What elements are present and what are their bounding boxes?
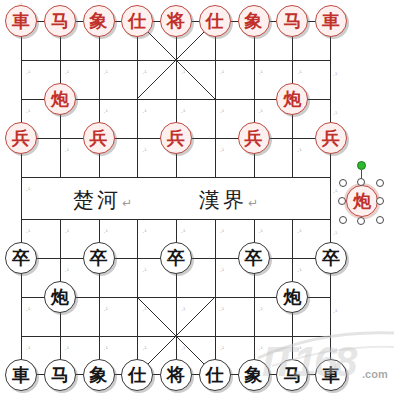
cell-formatting-mark: .¹ [181,305,185,312]
xiangqi-piece-black[interactable]: 卒 [315,242,347,274]
river-cell: .¹ [21,177,60,219]
board-cell: .¹ [137,60,176,99]
xiangqi-piece-black[interactable]: 象 [83,359,115,391]
river-cell [254,177,293,219]
cell-formatting-mark: .¹ [65,266,69,273]
xiangqi-piece-black[interactable]: 炮 [44,281,76,313]
board-cell: .¹ [176,60,215,99]
river-label-left: 楚河↵ [73,186,132,214]
xiangqi-piece-black[interactable]: 卒 [83,242,115,274]
selection-handle[interactable] [357,217,365,225]
watermark-domain-suffix: .com [362,368,388,380]
board-cell: .¹ [99,60,138,99]
cell-formatting-mark: .¹ [104,344,108,351]
cell-formatting-mark: .¹ [181,68,185,75]
river-cell [137,177,176,219]
cell-formatting-mark: .¹ [259,68,263,75]
xiangqi-piece-black[interactable]: 将 [160,359,192,391]
xiangqi-piece-red[interactable]: 马 [44,5,76,37]
cell-formatting-mark: .¹ [220,227,224,234]
cell-formatting-mark: .¹ [26,185,30,192]
selection-handle[interactable] [338,197,346,205]
cell-formatting-mark: .¹ [142,344,146,351]
cell-formatting-mark: .¹ [142,266,146,273]
xiangqi-piece-red[interactable]: 車 [315,5,347,37]
right-margin-formatting-mark: .¹ [333,109,337,116]
cell-formatting-mark: .¹ [181,227,185,234]
cell-formatting-mark: .¹ [297,344,301,351]
cell-formatting-mark: .¹ [220,146,224,153]
cell-formatting-mark: .¹ [259,107,263,114]
selection-handle[interactable] [376,197,384,205]
xiangqi-document-page: .·¹ 楚河↵ 漢界↵ .¹.¹.¹.¹.¹.¹.¹.¹.¹.¹.¹.¹.¹.¹… [0,0,394,398]
right-margin-formatting-mark: .¹ [333,70,337,77]
xiangqi-board: 楚河↵ 漢界↵ .¹.¹.¹.¹.¹.¹.¹.¹.¹.¹.¹.¹.¹.¹.¹.¹… [21,21,331,375]
xiangqi-piece-black[interactable]: 卒 [160,242,192,274]
river-cell [292,177,331,219]
right-margin-formatting-mark: .¹ [333,229,337,236]
cell-formatting-mark: .¹ [181,107,185,114]
cell-formatting-mark: .¹ [26,107,30,114]
selection-handle[interactable] [339,216,347,224]
xiangqi-piece-red[interactable]: 兵 [5,122,37,154]
selection-handle[interactable] [376,216,384,224]
cell-formatting-mark: .¹ [142,68,146,75]
cell-formatting-mark: .¹ [297,227,301,234]
xiangqi-piece-red[interactable]: 車 [5,5,37,37]
cell-formatting-mark: .¹ [220,266,224,273]
xiangqi-piece-red[interactable]: 仕 [121,5,153,37]
cell-formatting-mark: .¹ [181,344,185,351]
cell-formatting-mark: .¹ [259,344,263,351]
xiangqi-piece-black[interactable]: 马 [44,359,76,391]
cell-formatting-mark: .¹ [220,68,224,75]
cell-formatting-mark: .¹ [65,146,69,153]
cell-formatting-mark: .¹ [142,107,146,114]
xiangqi-piece-red[interactable]: 炮 [44,83,76,115]
xiangqi-piece-black[interactable]: 仕 [121,359,153,391]
paragraph-mark-icon: ↵ [122,196,132,210]
selection-handle[interactable] [357,178,365,186]
rotation-handle-icon[interactable] [357,161,366,170]
cell-formatting-mark: .¹ [104,227,108,234]
xiangqi-piece-red[interactable]: 将 [160,5,192,37]
xiangqi-piece-red[interactable]: 兵 [315,122,347,154]
cell-formatting-mark: .¹ [65,68,69,75]
cell-formatting-mark: .¹ [220,305,224,312]
cell-formatting-mark: .¹ [104,107,108,114]
xiangqi-piece-black[interactable]: 車 [5,359,37,391]
selection-handle[interactable] [339,179,347,187]
xiangqi-piece-black[interactable]: 仕 [199,359,231,391]
board-cell: .¹ [215,60,254,99]
xiangqi-piece-black[interactable]: 卒 [238,242,270,274]
xiangqi-piece-black[interactable]: 卒 [5,242,37,274]
cell-formatting-mark: .¹ [65,227,69,234]
cell-formatting-mark: .¹ [65,344,69,351]
cell-formatting-mark: .¹ [220,107,224,114]
xiangqi-piece-red[interactable]: 象 [83,5,115,37]
xiangqi-piece-black[interactable]: 車 [315,359,347,391]
selected-cannon-piece[interactable]: 炮 [346,185,378,217]
cell-formatting-mark: .¹ [297,266,301,273]
xiangqi-piece-red[interactable]: 兵 [160,122,192,154]
xiangqi-piece-red[interactable]: 象 [238,5,270,37]
xiangqi-piece-black[interactable]: 炮 [276,281,308,313]
xiangqi-piece-red[interactable]: 马 [276,5,308,37]
board-cell: .¹ [215,297,254,336]
right-margin-formatting-mark: .¹ [333,187,337,194]
cell-formatting-mark: .¹ [259,227,263,234]
board-cell: .¹ [176,297,215,336]
cell-formatting-mark: .¹ [297,146,301,153]
cell-formatting-mark: .¹ [26,344,30,351]
cell-formatting-mark: .¹ [142,227,146,234]
selection-handle[interactable] [376,179,384,187]
board-cell: .¹ [137,297,176,336]
cell-formatting-mark: .¹ [142,305,146,312]
river-label-right: 漢界↵ [199,186,258,214]
xiangqi-piece-black[interactable]: 马 [276,359,308,391]
cell-formatting-mark: .¹ [26,68,30,75]
xiangqi-piece-black[interactable]: 象 [238,359,270,391]
cell-formatting-mark: .¹ [26,227,30,234]
xiangqi-piece-red[interactable]: 兵 [83,122,115,154]
right-margin-formatting-mark: .¹ [333,307,337,314]
cell-formatting-mark: .¹ [104,68,108,75]
cell-formatting-mark: .¹ [142,146,146,153]
paragraph-mark-icon: ↵ [248,196,258,210]
cell-formatting-mark: .¹ [26,305,30,312]
cell-formatting-mark: .¹ [259,305,263,312]
right-margin-formatting-mark: .¹ [333,346,337,353]
board-cell: .¹ [99,297,138,336]
cell-formatting-mark: .¹ [220,344,224,351]
cell-formatting-mark: .¹ [104,305,108,312]
xiangqi-piece-red[interactable]: 炮 [276,83,308,115]
xiangqi-piece-red[interactable]: 兵 [238,122,270,154]
cell-formatting-mark: .¹ [297,68,301,75]
xiangqi-piece-red[interactable]: 仕 [199,5,231,37]
